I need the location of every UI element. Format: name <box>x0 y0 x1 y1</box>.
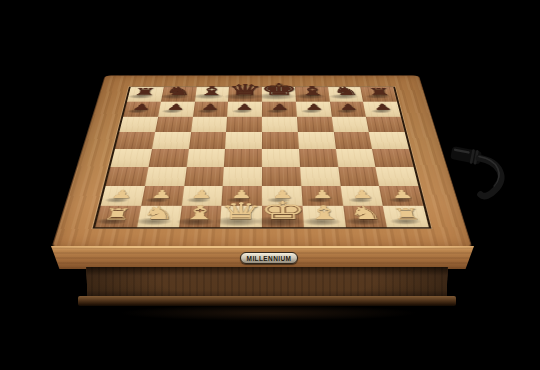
square-g2 <box>340 186 383 206</box>
scene-photo-black-background: ♜♞♝♛♚♝♞♜♟♟♟♟♟♟♟♟♟♟♟♟♟♟♟♟♜♞♝♛♚♝♞♜ MILLENN… <box>0 0 540 370</box>
square-c5 <box>189 132 227 149</box>
square-f5 <box>298 132 336 149</box>
square-f3 <box>300 167 340 186</box>
square-g7 <box>329 101 366 116</box>
square-f6 <box>297 116 334 132</box>
square-a6 <box>119 116 158 132</box>
square-e5 <box>262 132 299 149</box>
square-h2 <box>379 186 423 206</box>
square-a3 <box>106 167 149 186</box>
power-cable <box>443 136 527 214</box>
square-c4 <box>186 149 225 167</box>
square-d5 <box>225 132 262 149</box>
square-e8 <box>262 87 296 101</box>
square-h1 <box>383 206 429 228</box>
square-e4 <box>262 149 300 167</box>
square-e2 <box>262 186 302 206</box>
brand-badge: MILLENNIUM <box>240 252 298 264</box>
square-d8 <box>228 87 262 101</box>
square-d4 <box>224 149 262 167</box>
square-g3 <box>338 167 379 186</box>
square-h6 <box>366 116 405 132</box>
square-d2 <box>222 186 262 206</box>
square-g5 <box>333 132 372 149</box>
floor-reflection <box>118 305 418 321</box>
brand-badge-label: MILLENNIUM <box>247 254 292 261</box>
board-squares-grid <box>93 87 432 229</box>
square-d7 <box>227 101 262 116</box>
square-b1 <box>137 206 181 228</box>
square-c3 <box>184 167 224 186</box>
square-h8 <box>361 87 397 101</box>
square-c8 <box>195 87 230 101</box>
square-f8 <box>295 87 330 101</box>
square-d1 <box>220 206 262 228</box>
square-e6 <box>262 116 298 132</box>
square-d6 <box>226 116 262 132</box>
drawer-box-base <box>84 267 450 298</box>
square-c2 <box>181 186 223 206</box>
square-a4 <box>110 149 151 167</box>
square-h3 <box>376 167 419 186</box>
square-c7 <box>193 101 229 116</box>
square-b5 <box>152 132 191 149</box>
square-h7 <box>363 101 401 116</box>
square-g8 <box>328 87 364 101</box>
square-h4 <box>372 149 413 167</box>
square-b2 <box>141 186 184 206</box>
square-a5 <box>115 132 155 149</box>
square-b7 <box>158 101 195 116</box>
square-e3 <box>262 167 301 186</box>
square-a1 <box>95 206 141 228</box>
square-g6 <box>331 116 369 132</box>
square-a8 <box>127 87 163 101</box>
square-c6 <box>191 116 228 132</box>
square-c1 <box>179 206 222 228</box>
square-a2 <box>101 186 145 206</box>
square-e7 <box>262 101 297 116</box>
square-b4 <box>148 149 188 167</box>
square-e1 <box>262 206 304 228</box>
square-b6 <box>155 116 193 132</box>
board-front-edge: MILLENNIUM <box>51 246 474 269</box>
square-f1 <box>302 206 345 228</box>
square-a7 <box>123 101 161 116</box>
square-f4 <box>299 149 338 167</box>
square-g1 <box>343 206 387 228</box>
chess-board: ♜♞♝♛♚♝♞♜♟♟♟♟♟♟♟♟♟♟♟♟♟♟♟♟♜♞♝♛♚♝♞♜ <box>51 75 472 248</box>
square-f7 <box>296 101 332 116</box>
square-g4 <box>336 149 376 167</box>
square-f2 <box>301 186 343 206</box>
square-b8 <box>161 87 197 101</box>
square-b3 <box>145 167 186 186</box>
square-h5 <box>369 132 409 149</box>
square-d3 <box>223 167 262 186</box>
